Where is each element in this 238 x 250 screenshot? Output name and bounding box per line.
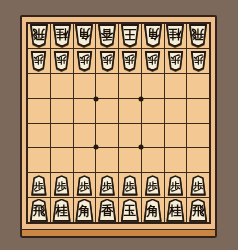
piece-kanji: 角 <box>146 28 159 44</box>
piece-kanji: 歩 <box>79 54 90 68</box>
board-side-edge <box>20 230 217 238</box>
board-cell[interactable] <box>187 124 209 148</box>
board-cell[interactable] <box>28 124 50 148</box>
board-cell[interactable]: 香 <box>96 198 118 222</box>
board-cell[interactable] <box>142 99 164 123</box>
piece-pawn-bottom[interactable]: 歩 <box>76 175 93 195</box>
piece-kanji: 歩 <box>102 54 113 68</box>
piece-pawn-bottom[interactable]: 歩 <box>99 175 116 195</box>
board-cell[interactable]: 桂 <box>165 198 187 222</box>
board-cell[interactable]: 歩 <box>187 49 209 73</box>
board-cell[interactable]: 角 <box>74 198 96 222</box>
piece-bishop-bottom[interactable]: 角 <box>143 199 163 222</box>
board-cell[interactable]: 角 <box>142 198 164 222</box>
piece-pawn-top[interactable]: 歩 <box>121 51 138 71</box>
piece-kanji: 歩 <box>79 178 90 192</box>
piece-pawn-bottom[interactable]: 歩 <box>121 175 138 195</box>
piece-kanji: 角 <box>146 202 159 218</box>
piece-kanji: 桂 <box>55 28 68 44</box>
piece-kanji: 玉 <box>124 202 137 218</box>
piece-bishop-bottom[interactable]: 角 <box>74 199 94 222</box>
board-cell[interactable]: 角 <box>74 24 96 48</box>
piece-kanji: 角 <box>78 28 91 44</box>
piece-pawn-top[interactable]: 歩 <box>167 51 184 71</box>
board-cell[interactable] <box>74 124 96 148</box>
board-cell[interactable] <box>165 74 187 98</box>
piece-kanji: 歩 <box>34 54 45 68</box>
board-cell[interactable] <box>96 148 118 172</box>
piece-lance-bottom[interactable]: 香 <box>97 199 117 222</box>
board-cell[interactable] <box>51 148 73 172</box>
board-cell[interactable]: 歩 <box>28 49 50 73</box>
shogi-board: 飛桂角香王角桂飛歩歩歩歩歩歩歩歩歩歩歩歩歩歩歩歩飛桂角香玉角桂飛 <box>20 15 217 231</box>
board-cell[interactable] <box>187 99 209 123</box>
board-cell[interactable] <box>51 99 73 123</box>
board-cell[interactable]: 歩 <box>51 49 73 73</box>
board-cell[interactable]: 玉 <box>119 198 141 222</box>
board-cell[interactable] <box>51 124 73 148</box>
board-cell[interactable]: 歩 <box>74 173 96 197</box>
piece-king-top[interactable]: 王 <box>120 24 140 47</box>
board-cell[interactable] <box>28 148 50 172</box>
board-cell[interactable] <box>187 74 209 98</box>
board-cell[interactable] <box>165 124 187 148</box>
piece-kanji: 香 <box>101 28 114 44</box>
piece-pawn-top[interactable]: 歩 <box>144 51 161 71</box>
board-cell[interactable]: 飛 <box>187 198 209 222</box>
piece-kanji: 歩 <box>34 178 45 192</box>
piece-rook-top[interactable]: 飛 <box>188 24 208 47</box>
board-cell[interactable]: 歩 <box>96 49 118 73</box>
piece-pawn-top[interactable]: 歩 <box>30 51 47 71</box>
piece-pawn-top[interactable]: 歩 <box>190 51 207 71</box>
piece-pawn-bottom[interactable]: 歩 <box>144 175 161 195</box>
piece-pawn-bottom[interactable]: 歩 <box>53 175 70 195</box>
piece-knight-bottom[interactable]: 桂 <box>52 199 72 222</box>
piece-rook-bottom[interactable]: 飛 <box>29 199 49 222</box>
board-cell[interactable]: 飛 <box>187 24 209 48</box>
piece-pawn-top[interactable]: 歩 <box>53 51 70 71</box>
piece-kanji: 桂 <box>169 202 182 218</box>
board-cell[interactable] <box>142 74 164 98</box>
board-cell[interactable]: 歩 <box>187 173 209 197</box>
piece-knight-top[interactable]: 桂 <box>52 24 72 47</box>
piece-pawn-bottom[interactable]: 歩 <box>167 175 184 195</box>
board-cell[interactable]: 歩 <box>119 49 141 73</box>
piece-pawn-top[interactable]: 歩 <box>99 51 116 71</box>
board-cell[interactable]: 歩 <box>96 173 118 197</box>
board-cell[interactable]: 王 <box>119 24 141 48</box>
piece-knight-bottom[interactable]: 桂 <box>165 199 185 222</box>
piece-rook-top[interactable]: 飛 <box>29 24 49 47</box>
board-cell[interactable] <box>51 74 73 98</box>
board-cell[interactable]: 歩 <box>119 173 141 197</box>
board-cell[interactable] <box>119 124 141 148</box>
piece-kanji: 歩 <box>56 54 67 68</box>
board-cell[interactable]: 歩 <box>165 49 187 73</box>
board-grid: 飛桂角香王角桂飛歩歩歩歩歩歩歩歩歩歩歩歩歩歩歩歩飛桂角香玉角桂飛 <box>26 22 211 224</box>
board-cell[interactable]: 飛 <box>28 24 50 48</box>
board-cell[interactable] <box>165 148 187 172</box>
piece-pawn-top[interactable]: 歩 <box>76 51 93 71</box>
board-cell[interactable]: 歩 <box>51 173 73 197</box>
piece-kanji: 歩 <box>125 178 136 192</box>
piece-kanji: 桂 <box>169 28 182 44</box>
board-cell[interactable]: 桂 <box>51 24 73 48</box>
page-background: 飛桂角香王角桂飛歩歩歩歩歩歩歩歩歩歩歩歩歩歩歩歩飛桂角香玉角桂飛 <box>0 0 238 250</box>
piece-kanji: 歩 <box>147 54 158 68</box>
board-cell[interactable] <box>142 148 164 172</box>
board-cell[interactable] <box>74 74 96 98</box>
piece-kanji: 角 <box>78 202 91 218</box>
piece-kanji: 歩 <box>193 178 204 192</box>
piece-kanji: 飛 <box>192 28 205 44</box>
board-cell[interactable] <box>96 124 118 148</box>
piece-knight-top[interactable]: 桂 <box>165 24 185 47</box>
piece-kanji: 歩 <box>170 178 181 192</box>
board-cell[interactable]: 歩 <box>142 49 164 73</box>
board-cell[interactable]: 飛 <box>28 198 50 222</box>
board-cell[interactable]: 香 <box>96 24 118 48</box>
piece-kanji: 歩 <box>56 178 67 192</box>
board-cell[interactable] <box>119 99 141 123</box>
piece-pawn-bottom[interactable]: 歩 <box>190 175 207 195</box>
piece-kanji: 飛 <box>33 202 46 218</box>
piece-kanji: 歩 <box>193 54 204 68</box>
piece-kanji: 歩 <box>125 54 136 68</box>
board-cell[interactable]: 歩 <box>74 49 96 73</box>
board-cell[interactable] <box>28 99 50 123</box>
piece-kanji: 飛 <box>33 28 46 44</box>
board-cell[interactable] <box>96 99 118 123</box>
piece-kanji: 王 <box>124 28 137 44</box>
board-cell[interactable] <box>165 99 187 123</box>
piece-bishop-top[interactable]: 角 <box>143 24 163 47</box>
board-cell[interactable] <box>96 74 118 98</box>
piece-kanji: 香 <box>101 202 114 218</box>
board-cell[interactable]: 歩 <box>165 173 187 197</box>
piece-pawn-bottom[interactable]: 歩 <box>30 175 47 195</box>
board-cell[interactable]: 歩 <box>28 173 50 197</box>
piece-kanji: 飛 <box>192 202 205 218</box>
piece-king-bottom[interactable]: 玉 <box>120 199 140 222</box>
board-cell[interactable] <box>187 148 209 172</box>
piece-kanji: 歩 <box>170 54 181 68</box>
board-cell[interactable] <box>28 74 50 98</box>
piece-kanji: 歩 <box>102 178 113 192</box>
piece-kanji: 桂 <box>55 202 68 218</box>
piece-lance-top[interactable]: 香 <box>97 24 117 47</box>
board-cell[interactable]: 桂 <box>165 24 187 48</box>
board-cell[interactable] <box>142 124 164 148</box>
piece-kanji: 歩 <box>147 178 158 192</box>
board-cell[interactable] <box>74 148 96 172</box>
board-cell[interactable] <box>119 148 141 172</box>
piece-bishop-top[interactable]: 角 <box>74 24 94 47</box>
board-cell[interactable]: 角 <box>142 24 164 48</box>
board-cell[interactable]: 歩 <box>142 173 164 197</box>
board-cell[interactable]: 桂 <box>51 198 73 222</box>
board-cell[interactable] <box>119 74 141 98</box>
board-cell[interactable] <box>74 99 96 123</box>
piece-rook-bottom[interactable]: 飛 <box>188 199 208 222</box>
